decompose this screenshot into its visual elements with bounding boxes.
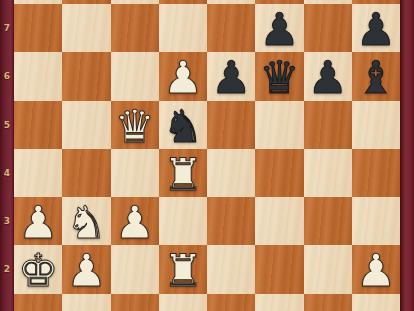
square-a6[interactable]	[14, 52, 62, 100]
square-b3[interactable]: ♞	[62, 197, 110, 245]
square-f6[interactable]: ♛	[255, 52, 303, 100]
white-pawn-c3[interactable]: ♟	[114, 199, 154, 247]
black-pawn-e6[interactable]: ♟	[211, 54, 251, 102]
square-a3[interactable]: ♟	[14, 197, 62, 245]
square-h7[interactable]: ♟	[352, 4, 400, 52]
square-e7[interactable]	[207, 4, 255, 52]
square-d5[interactable]: ♞	[159, 101, 207, 149]
white-knight-b3[interactable]: ♞	[66, 199, 106, 247]
square-e6[interactable]: ♟	[207, 52, 255, 100]
square-a2[interactable]: ♚	[14, 245, 62, 293]
black-bishop-h6[interactable]: ♝	[356, 54, 396, 102]
rank-label-5: 5	[0, 119, 14, 131]
square-d6[interactable]: ♟	[159, 52, 207, 100]
square-b7[interactable]	[62, 4, 110, 52]
square-f3[interactable]	[255, 197, 303, 245]
square-f5[interactable]	[255, 101, 303, 149]
square-g2[interactable]	[304, 245, 352, 293]
square-e1[interactable]	[207, 294, 255, 311]
rank-label-2: 2	[0, 263, 14, 275]
square-c6[interactable]	[111, 52, 159, 100]
chess-board-screenshot: ♚♟♟♟♟♛♟♝♛♞♜♟♞♟♚♟♜♟ 765432	[0, 0, 414, 311]
square-h6[interactable]: ♝	[352, 52, 400, 100]
square-c2[interactable]	[111, 245, 159, 293]
square-h2[interactable]: ♟	[352, 245, 400, 293]
square-c5[interactable]: ♛	[111, 101, 159, 149]
rank-label-4: 4	[0, 167, 14, 179]
square-f4[interactable]	[255, 149, 303, 197]
square-h5[interactable]	[352, 101, 400, 149]
white-king-a2[interactable]: ♚	[18, 247, 58, 295]
square-c1[interactable]	[111, 294, 159, 311]
rank-label-3: 3	[0, 215, 14, 227]
square-g5[interactable]	[304, 101, 352, 149]
white-pawn-d6[interactable]: ♟	[163, 54, 203, 102]
white-pawn-a3[interactable]: ♟	[18, 199, 58, 247]
black-pawn-g6[interactable]: ♟	[307, 54, 347, 102]
white-pawn-b2[interactable]: ♟	[66, 247, 106, 295]
square-b5[interactable]	[62, 101, 110, 149]
square-e3[interactable]	[207, 197, 255, 245]
square-d3[interactable]	[159, 197, 207, 245]
rank-labels: 765432	[0, 0, 14, 311]
board-frame-right	[400, 0, 414, 311]
square-f1[interactable]	[255, 294, 303, 311]
square-d4[interactable]: ♜	[159, 149, 207, 197]
square-c7[interactable]	[111, 4, 159, 52]
square-a4[interactable]	[14, 149, 62, 197]
square-c4[interactable]	[111, 149, 159, 197]
square-g4[interactable]	[304, 149, 352, 197]
square-a7[interactable]	[14, 4, 62, 52]
square-f7[interactable]: ♟	[255, 4, 303, 52]
square-e4[interactable]	[207, 149, 255, 197]
square-h4[interactable]	[352, 149, 400, 197]
square-b1[interactable]	[62, 294, 110, 311]
square-h3[interactable]	[352, 197, 400, 245]
square-d1[interactable]	[159, 294, 207, 311]
square-e2[interactable]	[207, 245, 255, 293]
square-g6[interactable]: ♟	[304, 52, 352, 100]
square-g1[interactable]	[304, 294, 352, 311]
white-pawn-h2[interactable]: ♟	[356, 247, 396, 295]
square-g3[interactable]	[304, 197, 352, 245]
black-queen-f6[interactable]: ♛	[259, 54, 299, 102]
rank-label-7: 7	[0, 22, 14, 34]
square-a5[interactable]	[14, 101, 62, 149]
square-g7[interactable]	[304, 4, 352, 52]
square-h1[interactable]	[352, 294, 400, 311]
black-pawn-h7[interactable]: ♟	[356, 6, 396, 54]
square-e5[interactable]	[207, 101, 255, 149]
square-b4[interactable]	[62, 149, 110, 197]
square-d7[interactable]	[159, 4, 207, 52]
square-b6[interactable]	[62, 52, 110, 100]
white-queen-c5[interactable]: ♛	[114, 103, 154, 151]
white-rook-d4[interactable]: ♜	[163, 151, 203, 199]
square-c3[interactable]: ♟	[111, 197, 159, 245]
black-pawn-f7[interactable]: ♟	[259, 6, 299, 54]
black-knight-d5[interactable]: ♞	[163, 103, 203, 151]
square-d2[interactable]: ♜	[159, 245, 207, 293]
square-a1[interactable]	[14, 294, 62, 311]
square-b2[interactable]: ♟	[62, 245, 110, 293]
chess-board: ♚♟♟♟♟♛♟♝♛♞♜♟♞♟♚♟♜♟	[14, 0, 400, 311]
square-f2[interactable]	[255, 245, 303, 293]
rank-label-6: 6	[0, 70, 14, 82]
white-rook-d2[interactable]: ♜	[163, 247, 203, 295]
